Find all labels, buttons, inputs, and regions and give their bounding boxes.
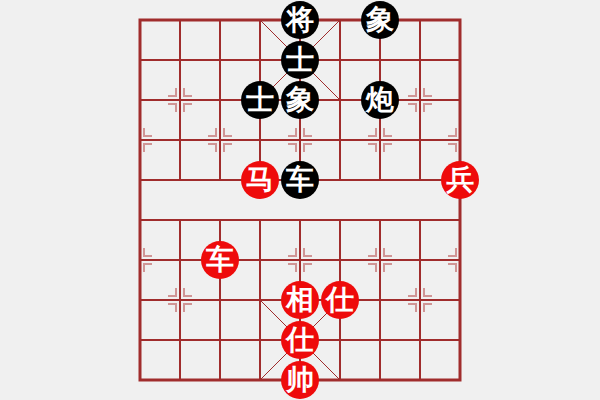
- black-elephant[interactable]: 象: [281, 81, 319, 119]
- black-advisor[interactable]: 士: [241, 81, 279, 119]
- piece-layer: 将象士士象炮马车兵车相仕仕帅: [120, 0, 480, 400]
- red-horse[interactable]: 马: [241, 161, 279, 199]
- red-elephant[interactable]: 相: [281, 281, 319, 319]
- black-chariot[interactable]: 车: [281, 161, 319, 199]
- black-elephant[interactable]: 象: [361, 1, 399, 39]
- black-general[interactable]: 将: [281, 1, 319, 39]
- red-soldier[interactable]: 兵: [441, 161, 479, 199]
- xiangqi-board-screenshot: 将象士士象炮马车兵车相仕仕帅: [0, 0, 600, 400]
- red-advisor[interactable]: 仕: [321, 281, 359, 319]
- black-advisor[interactable]: 士: [281, 41, 319, 79]
- red-general[interactable]: 帅: [281, 361, 319, 399]
- red-chariot[interactable]: 车: [201, 241, 239, 279]
- red-advisor[interactable]: 仕: [281, 321, 319, 359]
- black-cannon[interactable]: 炮: [361, 81, 399, 119]
